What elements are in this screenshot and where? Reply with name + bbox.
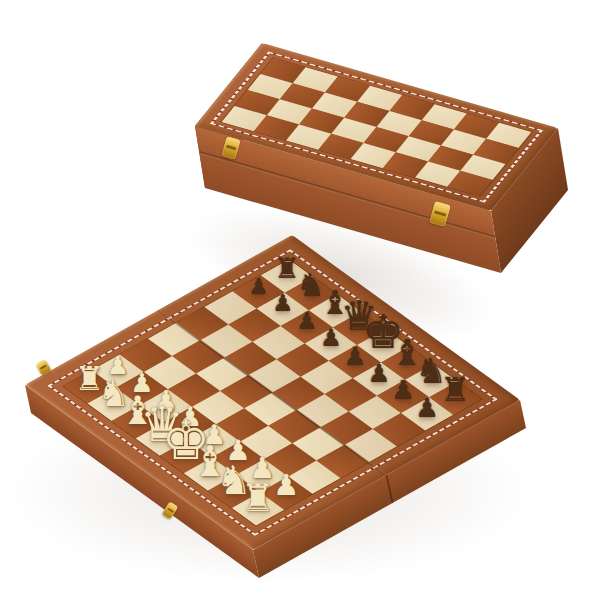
board-surface [25,235,520,550]
scene: ♜♞♝♛♚♝♞♜♟♟♟♟♟♟♟♟♟♟♟♟♟♟♟♟♜♞♝♛♚♝♞♜ [0,0,600,600]
fold-seam [386,475,393,504]
